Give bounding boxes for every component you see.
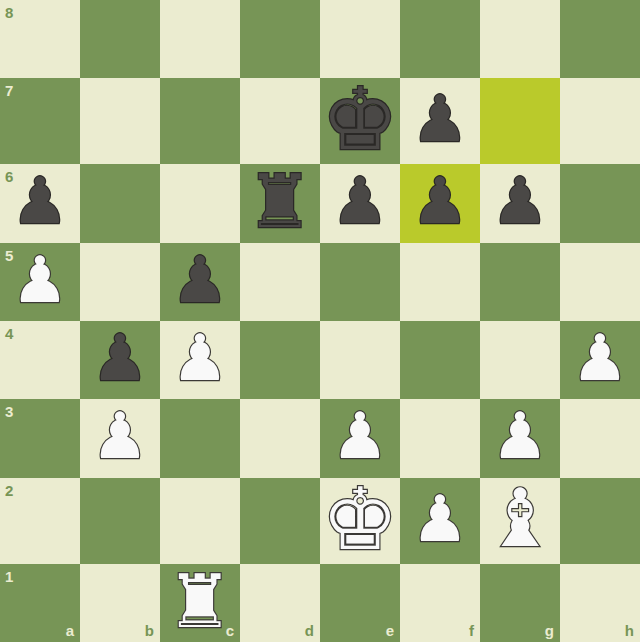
square-f1[interactable]: f [400, 564, 480, 642]
square-c1[interactable]: c♜ [160, 564, 240, 642]
black-pawn[interactable]: ♟ [411, 87, 468, 151]
file-label-f: f [469, 623, 474, 638]
square-f7[interactable]: ♟ [400, 78, 480, 164]
square-b8[interactable] [80, 0, 160, 78]
file-label-b: b [145, 623, 154, 638]
chess-board: 87♚♟6♟♜♟♟♟5♟♟4♟♟♟3♟♟♟2♚♟♝1abc♜defgh [0, 0, 640, 642]
white-pawn[interactable]: ♟ [171, 326, 228, 390]
square-h2[interactable] [560, 478, 640, 564]
black-pawn[interactable]: ♟ [171, 248, 228, 312]
square-f3[interactable] [400, 399, 480, 477]
white-bishop[interactable]: ♝ [484, 479, 556, 559]
square-b2[interactable] [80, 478, 160, 564]
rank-label-2: 2 [5, 483, 13, 498]
square-c6[interactable] [160, 164, 240, 242]
black-pawn[interactable]: ♟ [331, 169, 388, 233]
square-e1[interactable]: e [320, 564, 400, 642]
square-h5[interactable] [560, 243, 640, 321]
square-c3[interactable] [160, 399, 240, 477]
square-g7[interactable] [480, 78, 560, 164]
black-pawn[interactable]: ♟ [491, 169, 548, 233]
square-a3[interactable]: 3 [0, 399, 80, 477]
square-d8[interactable] [240, 0, 320, 78]
square-f4[interactable] [400, 321, 480, 399]
square-b3[interactable]: ♟ [80, 399, 160, 477]
square-a7[interactable]: 7 [0, 78, 80, 164]
square-d2[interactable] [240, 478, 320, 564]
square-b4[interactable]: ♟ [80, 321, 160, 399]
black-king[interactable]: ♚ [321, 76, 398, 162]
square-h7[interactable] [560, 78, 640, 164]
square-h8[interactable] [560, 0, 640, 78]
black-pawn[interactable]: ♟ [411, 169, 468, 233]
square-c7[interactable] [160, 78, 240, 164]
square-d1[interactable]: d [240, 564, 320, 642]
square-h4[interactable]: ♟ [560, 321, 640, 399]
square-d6[interactable]: ♜ [240, 164, 320, 242]
square-e5[interactable] [320, 243, 400, 321]
white-pawn[interactable]: ♟ [491, 404, 548, 468]
square-c8[interactable] [160, 0, 240, 78]
file-label-h: h [625, 623, 634, 638]
square-f2[interactable]: ♟ [400, 478, 480, 564]
square-a8[interactable]: 8 [0, 0, 80, 78]
square-h1[interactable]: h [560, 564, 640, 642]
white-king[interactable]: ♚ [321, 476, 398, 562]
square-c4[interactable]: ♟ [160, 321, 240, 399]
square-a4[interactable]: 4 [0, 321, 80, 399]
file-label-e: e [386, 623, 394, 638]
square-h6[interactable] [560, 164, 640, 242]
black-rook[interactable]: ♜ [247, 164, 313, 238]
square-a1[interactable]: 1a [0, 564, 80, 642]
square-g3[interactable]: ♟ [480, 399, 560, 477]
square-e4[interactable] [320, 321, 400, 399]
rank-label-8: 8 [5, 5, 13, 20]
white-pawn[interactable]: ♟ [411, 487, 468, 551]
file-label-g: g [545, 623, 554, 638]
rank-label-7: 7 [5, 83, 13, 98]
square-f6[interactable]: ♟ [400, 164, 480, 242]
file-label-d: d [305, 623, 314, 638]
square-b7[interactable] [80, 78, 160, 164]
white-pawn[interactable]: ♟ [91, 404, 148, 468]
square-e3[interactable]: ♟ [320, 399, 400, 477]
square-d3[interactable] [240, 399, 320, 477]
square-e7[interactable]: ♚ [320, 78, 400, 164]
square-b1[interactable]: b [80, 564, 160, 642]
rank-label-4: 4 [5, 326, 13, 341]
square-d5[interactable] [240, 243, 320, 321]
square-d7[interactable] [240, 78, 320, 164]
square-a5[interactable]: 5♟ [0, 243, 80, 321]
rank-label-1: 1 [5, 569, 13, 584]
square-f5[interactable] [400, 243, 480, 321]
white-pawn[interactable]: ♟ [571, 326, 628, 390]
square-b5[interactable] [80, 243, 160, 321]
square-a2[interactable]: 2 [0, 478, 80, 564]
square-h3[interactable] [560, 399, 640, 477]
square-c2[interactable] [160, 478, 240, 564]
white-pawn[interactable]: ♟ [331, 404, 388, 468]
square-g1[interactable]: g [480, 564, 560, 642]
black-pawn[interactable]: ♟ [11, 169, 68, 233]
square-g5[interactable] [480, 243, 560, 321]
white-rook[interactable]: ♜ [167, 564, 233, 638]
square-g4[interactable] [480, 321, 560, 399]
square-c5[interactable]: ♟ [160, 243, 240, 321]
square-d4[interactable] [240, 321, 320, 399]
square-g2[interactable]: ♝ [480, 478, 560, 564]
square-f8[interactable] [400, 0, 480, 78]
square-a6[interactable]: 6♟ [0, 164, 80, 242]
square-g6[interactable]: ♟ [480, 164, 560, 242]
white-pawn[interactable]: ♟ [11, 248, 68, 312]
file-label-a: a [66, 623, 74, 638]
square-e2[interactable]: ♚ [320, 478, 400, 564]
square-e6[interactable]: ♟ [320, 164, 400, 242]
rank-label-3: 3 [5, 404, 13, 419]
square-g8[interactable] [480, 0, 560, 78]
square-e8[interactable] [320, 0, 400, 78]
black-pawn[interactable]: ♟ [91, 326, 148, 390]
square-b6[interactable] [80, 164, 160, 242]
